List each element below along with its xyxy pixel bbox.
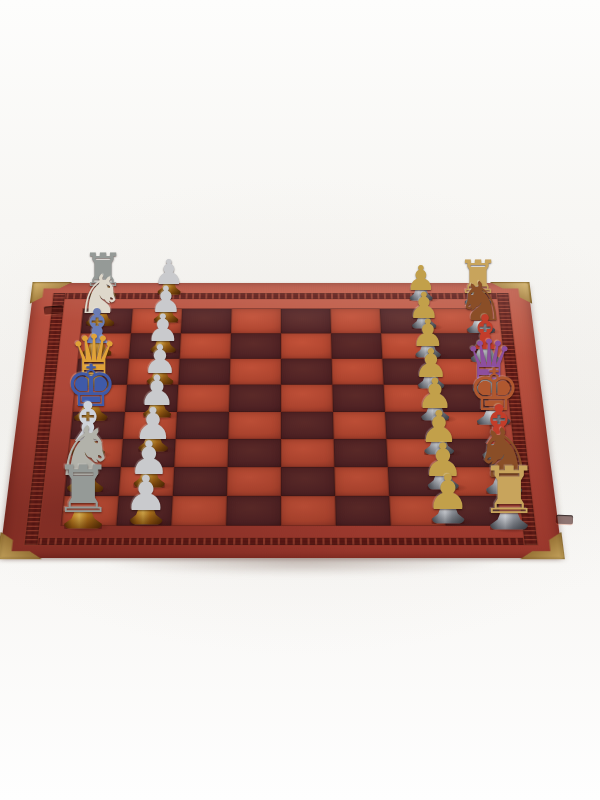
square-f5	[281, 439, 334, 467]
square-c6	[332, 359, 384, 385]
square-g2	[119, 467, 175, 496]
chess-board	[0, 283, 563, 558]
square-d2	[125, 385, 178, 412]
brass-corner-bottom-left	[0, 532, 45, 559]
square-c3	[178, 359, 230, 385]
square-a7	[380, 309, 431, 334]
square-c7	[382, 359, 435, 385]
square-f1	[67, 439, 123, 467]
square-d6	[332, 385, 385, 412]
square-g6	[334, 467, 389, 496]
square-h3	[171, 496, 227, 526]
square-d8	[435, 385, 489, 412]
square-a8	[429, 309, 481, 334]
square-c8	[433, 359, 486, 385]
square-a2	[131, 309, 182, 334]
tooled-border-right	[497, 293, 538, 545]
maker-stamp-left	[44, 305, 64, 314]
square-e6	[333, 412, 386, 439]
tooled-border-bottom	[24, 538, 537, 545]
square-g3	[173, 467, 228, 496]
chess-set-photo: ♜♞♝♛♚♝♞♜♟♟♟♟♟♟♟♟♟♟♟♟♟♟♟♟♜♞♝♛♚♝♞♜	[0, 0, 600, 800]
square-g1	[65, 467, 121, 496]
square-b1	[78, 333, 131, 358]
square-c1	[76, 359, 129, 385]
square-b4	[230, 333, 281, 358]
square-c5	[281, 359, 332, 385]
square-h1	[62, 496, 119, 526]
square-g8	[441, 467, 497, 496]
square-e1	[70, 412, 125, 439]
tooled-border-top	[53, 293, 509, 299]
square-a1	[81, 309, 133, 334]
square-f4	[228, 439, 281, 467]
square-f8	[439, 439, 495, 467]
square-c4	[230, 359, 281, 385]
square-d7	[384, 385, 437, 412]
square-a6	[330, 309, 381, 334]
square-e5	[281, 412, 334, 439]
square-h5	[281, 496, 336, 526]
square-b8	[431, 333, 484, 358]
square-d5	[281, 385, 333, 412]
square-c2	[127, 359, 180, 385]
board-squares	[62, 309, 501, 526]
square-e7	[385, 412, 439, 439]
square-d3	[177, 385, 230, 412]
square-d4	[229, 385, 281, 412]
square-e8	[437, 412, 492, 439]
square-b3	[180, 333, 231, 358]
square-e2	[123, 412, 177, 439]
square-f7	[386, 439, 441, 467]
square-b6	[331, 333, 382, 358]
square-d1	[73, 385, 127, 412]
maker-stamp-right	[556, 515, 573, 525]
square-b5	[281, 333, 332, 358]
square-g5	[281, 467, 335, 496]
square-a5	[281, 309, 331, 334]
square-h7	[389, 496, 445, 526]
square-a3	[181, 309, 232, 334]
square-h2	[116, 496, 172, 526]
square-e4	[228, 412, 281, 439]
square-h8	[443, 496, 500, 526]
square-f2	[121, 439, 176, 467]
square-f6	[334, 439, 388, 467]
square-g4	[227, 467, 281, 496]
square-b2	[129, 333, 181, 358]
square-f3	[174, 439, 228, 467]
square-h4	[226, 496, 281, 526]
square-b7	[381, 333, 433, 358]
square-g7	[388, 467, 444, 496]
square-a4	[231, 309, 281, 334]
square-h6	[335, 496, 391, 526]
square-e3	[176, 412, 229, 439]
tooled-border-left	[24, 293, 65, 545]
